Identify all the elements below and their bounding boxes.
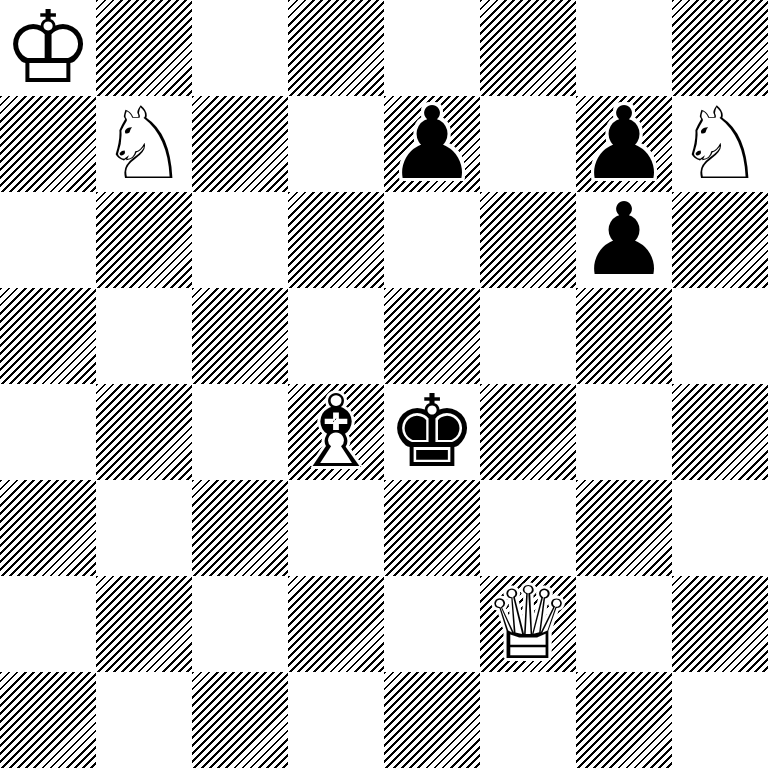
square-d1[interactable] — [288, 672, 384, 768]
square-h8[interactable] — [672, 0, 768, 96]
black-pawn-glyph: ♟ — [576, 192, 672, 288]
white-knight[interactable]: ♞♘ — [672, 96, 768, 192]
black-king-glyph: ♚ — [384, 384, 480, 480]
square-c3[interactable] — [192, 480, 288, 576]
square-f8[interactable] — [480, 0, 576, 96]
square-c4[interactable] — [192, 384, 288, 480]
black-pawn-glyph: ♟ — [576, 96, 672, 192]
white-king[interactable]: ♚♔ — [0, 0, 96, 96]
square-g3[interactable] — [576, 480, 672, 576]
square-g1[interactable] — [576, 672, 672, 768]
square-f1[interactable] — [480, 672, 576, 768]
square-e6[interactable] — [384, 192, 480, 288]
square-e7[interactable]: ♟ — [384, 96, 480, 192]
square-d5[interactable] — [288, 288, 384, 384]
white-queen-outline: ♕ — [480, 576, 576, 672]
white-knight-outline: ♘ — [672, 96, 768, 192]
square-e8[interactable] — [384, 0, 480, 96]
white-bishop-outline: ♗ — [288, 384, 384, 480]
square-d8[interactable] — [288, 0, 384, 96]
white-knight[interactable]: ♞♘ — [96, 96, 192, 192]
square-h2[interactable] — [672, 576, 768, 672]
square-d7[interactable] — [288, 96, 384, 192]
square-c2[interactable] — [192, 576, 288, 672]
white-knight-outline: ♘ — [96, 96, 192, 192]
square-e3[interactable] — [384, 480, 480, 576]
square-g7[interactable]: ♟ — [576, 96, 672, 192]
square-b7[interactable]: ♞♘ — [96, 96, 192, 192]
square-h5[interactable] — [672, 288, 768, 384]
square-g2[interactable] — [576, 576, 672, 672]
white-queen[interactable]: ♛♕ — [480, 576, 576, 672]
square-e2[interactable] — [384, 576, 480, 672]
square-a2[interactable] — [0, 576, 96, 672]
square-b8[interactable] — [96, 0, 192, 96]
white-bishop[interactable]: ♝♗ — [288, 384, 384, 480]
square-a4[interactable] — [0, 384, 96, 480]
black-king[interactable]: ♚ — [384, 384, 480, 480]
square-b1[interactable] — [96, 672, 192, 768]
square-a1[interactable] — [0, 672, 96, 768]
black-pawn[interactable]: ♟ — [576, 96, 672, 192]
square-a6[interactable] — [0, 192, 96, 288]
square-f5[interactable] — [480, 288, 576, 384]
square-g5[interactable] — [576, 288, 672, 384]
white-king-outline: ♔ — [0, 0, 96, 96]
square-e5[interactable] — [384, 288, 480, 384]
square-f7[interactable] — [480, 96, 576, 192]
square-b4[interactable] — [96, 384, 192, 480]
square-c5[interactable] — [192, 288, 288, 384]
square-a7[interactable] — [0, 96, 96, 192]
square-g6[interactable]: ♟ — [576, 192, 672, 288]
square-g4[interactable] — [576, 384, 672, 480]
square-h3[interactable] — [672, 480, 768, 576]
square-a5[interactable] — [0, 288, 96, 384]
square-d3[interactable] — [288, 480, 384, 576]
square-e4[interactable]: ♚ — [384, 384, 480, 480]
square-c7[interactable] — [192, 96, 288, 192]
square-c8[interactable] — [192, 0, 288, 96]
square-d6[interactable] — [288, 192, 384, 288]
square-h1[interactable] — [672, 672, 768, 768]
square-f6[interactable] — [480, 192, 576, 288]
square-c6[interactable] — [192, 192, 288, 288]
black-pawn[interactable]: ♟ — [384, 96, 480, 192]
square-a8[interactable]: ♚♔ — [0, 0, 96, 96]
square-b5[interactable] — [96, 288, 192, 384]
square-c1[interactable] — [192, 672, 288, 768]
square-a3[interactable] — [0, 480, 96, 576]
square-d2[interactable] — [288, 576, 384, 672]
square-f3[interactable] — [480, 480, 576, 576]
square-d4[interactable]: ♝♗ — [288, 384, 384, 480]
square-h4[interactable] — [672, 384, 768, 480]
square-e1[interactable] — [384, 672, 480, 768]
square-g8[interactable] — [576, 0, 672, 96]
square-b6[interactable] — [96, 192, 192, 288]
square-f2[interactable]: ♛♕ — [480, 576, 576, 672]
square-b2[interactable] — [96, 576, 192, 672]
black-pawn[interactable]: ♟ — [576, 192, 672, 288]
square-f4[interactable] — [480, 384, 576, 480]
square-h6[interactable] — [672, 192, 768, 288]
square-b3[interactable] — [96, 480, 192, 576]
chess-board: ♚♔♞♘♟♟♞♘♟♝♗♚♛♕ — [0, 0, 768, 768]
square-h7[interactable]: ♞♘ — [672, 96, 768, 192]
black-pawn-glyph: ♟ — [384, 96, 480, 192]
